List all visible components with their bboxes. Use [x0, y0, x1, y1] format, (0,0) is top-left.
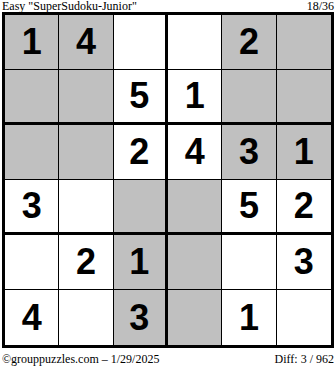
- given-digit: 2: [239, 21, 259, 63]
- given-digit: 2: [76, 241, 96, 283]
- cell-r4c6[interactable]: 2: [277, 180, 331, 235]
- given-digit: 3: [294, 241, 314, 283]
- given-digit: 3: [129, 297, 149, 339]
- given-digit: 2: [294, 185, 314, 227]
- given-count: 18/36: [307, 0, 334, 12]
- cell-r3c5[interactable]: 3: [222, 125, 276, 180]
- cell-r2c3[interactable]: 5: [114, 70, 168, 125]
- cell-r2c6[interactable]: [277, 70, 331, 125]
- given-digit: 5: [129, 75, 149, 117]
- cell-r3c2[interactable]: [59, 125, 113, 180]
- board: 142512431352213431: [2, 12, 334, 348]
- given-digit: 5: [239, 185, 259, 227]
- puzzle-title: Easy "SuperSudoku-Junior": [2, 0, 137, 12]
- cell-r5c2[interactable]: 2: [59, 235, 113, 290]
- given-digit: 1: [129, 241, 149, 283]
- given-digit: 2: [129, 131, 149, 173]
- difficulty-text: Diff: 3 / 962: [275, 352, 334, 366]
- given-digit: 4: [76, 21, 96, 63]
- cell-r2c5[interactable]: [222, 70, 276, 125]
- cell-r4c5[interactable]: 5: [222, 180, 276, 235]
- cell-r4c2[interactable]: [59, 180, 113, 235]
- cell-r2c4[interactable]: 1: [168, 70, 222, 125]
- cell-r1c6[interactable]: [277, 15, 331, 70]
- cell-r5c6[interactable]: 3: [277, 235, 331, 290]
- cell-r5c4[interactable]: [168, 235, 222, 290]
- cell-r2c2[interactable]: [59, 70, 113, 125]
- cell-r4c3[interactable]: [114, 180, 168, 235]
- cell-r1c4[interactable]: [168, 15, 222, 70]
- cell-r2c1[interactable]: [5, 70, 59, 125]
- given-digit: 3: [22, 185, 42, 227]
- cell-r6c1[interactable]: 4: [5, 290, 59, 345]
- cell-r4c4[interactable]: [168, 180, 222, 235]
- copyright-text: ©grouppuzzles.com – 1/29/2025: [2, 352, 159, 366]
- given-digit: 1: [239, 297, 259, 339]
- given-digit: 3: [239, 131, 259, 173]
- given-digit: 4: [185, 131, 205, 173]
- cell-r4c1[interactable]: 3: [5, 180, 59, 235]
- cell-r5c3[interactable]: 1: [114, 235, 168, 290]
- cell-r6c4[interactable]: [168, 290, 222, 345]
- footer: ©grouppuzzles.com – 1/29/2025 Diff: 3 / …: [2, 352, 334, 367]
- given-digit: 1: [185, 75, 205, 117]
- cell-r1c3[interactable]: [114, 15, 168, 70]
- cell-r6c2[interactable]: [59, 290, 113, 345]
- given-digit: 4: [22, 297, 42, 339]
- cell-r6c3[interactable]: 3: [114, 290, 168, 345]
- cell-r1c5[interactable]: 2: [222, 15, 276, 70]
- cell-r5c5[interactable]: [222, 235, 276, 290]
- cell-r1c1[interactable]: 1: [5, 15, 59, 70]
- given-digit: 1: [22, 21, 42, 63]
- cell-r3c3[interactable]: 2: [114, 125, 168, 180]
- cell-r3c4[interactable]: 4: [168, 125, 222, 180]
- cell-r3c6[interactable]: 1: [277, 125, 331, 180]
- cell-r3c1[interactable]: [5, 125, 59, 180]
- given-digit: 1: [294, 131, 314, 173]
- cell-r6c6[interactable]: [277, 290, 331, 345]
- cell-r5c1[interactable]: [5, 235, 59, 290]
- header: Easy "SuperSudoku-Junior" 18/36: [2, 0, 334, 12]
- cell-r6c5[interactable]: 1: [222, 290, 276, 345]
- cell-r1c2[interactable]: 4: [59, 15, 113, 70]
